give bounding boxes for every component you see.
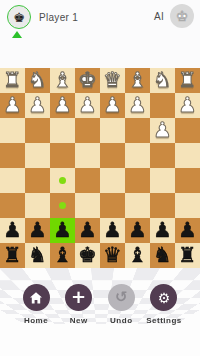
square-h3[interactable] [0,118,25,143]
square-f5[interactable] [50,168,75,193]
square-b1[interactable]: ♞ [150,68,175,93]
new-button[interactable]: + [65,284,92,311]
black-pawn-piece: ♟ [103,220,122,241]
player1-info: ♚ Player 1 [7,5,78,29]
square-b7[interactable]: ♟ [150,218,175,243]
nav-item-new: +New [58,284,100,325]
player2-info: AI ♚ [154,4,194,28]
white-bishop-piece: ♝ [53,70,72,91]
white-king-piece: ♚ [78,70,97,91]
square-f8[interactable]: ♝ [50,243,75,268]
square-h1[interactable]: ♜ [0,68,25,93]
square-f6[interactable] [50,193,75,218]
square-g4[interactable] [25,143,50,168]
white-queen-piece: ♛ [103,70,122,91]
black-pawn-piece: ♟ [28,220,47,241]
move-hint-dot-f6[interactable] [59,202,66,209]
square-e5[interactable] [75,168,100,193]
square-h8[interactable]: ♜ [0,243,25,268]
nav-item-settings: ⚙Settings [143,284,185,325]
square-c6[interactable] [125,193,150,218]
white-pawn-piece: ♟ [153,120,172,141]
white-pawn-piece: ♟ [53,95,72,116]
square-h4[interactable] [0,143,25,168]
black-pawn-piece: ♟ [78,220,97,241]
square-f1[interactable]: ♝ [50,68,75,93]
square-c8[interactable]: ♝ [125,243,150,268]
square-g7[interactable]: ♟ [25,218,50,243]
white-rook-piece: ♜ [178,70,197,91]
player2-avatar: ♚ [170,4,194,28]
gear-icon: ⚙ [158,291,171,305]
white-knight-piece: ♞ [28,70,47,91]
top-bar: ♚ Player 1 AI ♚ [0,0,200,66]
square-b8[interactable]: ♞ [150,243,175,268]
black-king-piece: ♚ [78,245,97,266]
square-d2[interactable]: ♟ [100,93,125,118]
square-d3[interactable] [100,118,125,143]
new-button-label: New [70,316,88,325]
undo-icon: ↺ [115,290,128,305]
black-pawn-piece: ♟ [128,220,147,241]
square-h6[interactable] [0,193,25,218]
square-d8[interactable]: ♛ [100,243,125,268]
square-h7[interactable]: ♟ [0,218,25,243]
black-pawn-piece: ♟ [178,220,197,241]
square-d7[interactable]: ♟ [100,218,125,243]
square-g6[interactable] [25,193,50,218]
home-icon [29,291,43,305]
square-c3[interactable] [125,118,150,143]
chess-board: ♜♞♝♚♛♝♞♜♟♟♟♟♟♟♟♟♟♟♟♟♟♟♟♟♜♞♝♚♛♝♞♜ [0,68,200,268]
square-b3[interactable]: ♟ [150,118,175,143]
home-button-label: Home [24,316,48,325]
square-g8[interactable]: ♞ [25,243,50,268]
square-a1[interactable]: ♜ [175,68,200,93]
square-b4[interactable] [150,143,175,168]
square-a7[interactable]: ♟ [175,218,200,243]
move-hint-dot-f5[interactable] [59,177,66,184]
black-pawn-piece: ♟ [3,220,22,241]
black-rook-piece: ♜ [178,245,197,266]
square-e1[interactable]: ♚ [75,68,100,93]
nav-item-home: Home [15,284,57,325]
white-bishop-piece: ♝ [128,70,147,91]
square-a6[interactable] [175,193,200,218]
white-pawn-piece: ♟ [3,95,22,116]
black-pawn-piece: ♟ [153,220,172,241]
undo-button[interactable]: ↺ [108,284,135,311]
settings-button-label: Settings [146,316,182,325]
nav-item-undo: ↺Undo [100,284,142,325]
undo-button-label: Undo [110,316,132,325]
square-e2[interactable]: ♟ [75,93,100,118]
white-pawn-piece: ♟ [103,95,122,116]
square-c2[interactable]: ♟ [125,93,150,118]
white-pawn-piece: ♟ [78,95,97,116]
square-f3[interactable] [50,118,75,143]
square-g5[interactable] [25,168,50,193]
square-e6[interactable] [75,193,100,218]
square-b6[interactable] [150,193,175,218]
square-c7[interactable]: ♟ [125,218,150,243]
square-c1[interactable]: ♝ [125,68,150,93]
white-pawn-piece: ♟ [178,95,197,116]
player1-name: Player 1 [39,12,78,23]
black-knight-piece: ♞ [153,245,172,266]
white-rook-piece: ♜ [3,70,22,91]
square-e3[interactable] [75,118,100,143]
bottom-bar: Home+New↺Undo⚙Settings [0,268,200,356]
square-e8[interactable]: ♚ [75,243,100,268]
square-e7[interactable]: ♟ [75,218,100,243]
black-bishop-piece: ♝ [128,245,147,266]
turn-indicator-triangle [12,31,22,38]
black-queen-piece: ♛ [103,245,122,266]
square-f7[interactable]: ♟ [50,218,75,243]
square-b5[interactable] [150,168,175,193]
black-knight-piece: ♞ [28,245,47,266]
chess-app: ♚ Player 1 AI ♚ ♜♞♝♚♛♝♞♜♟♟♟♟♟♟♟♟♟♟♟♟♟♟♟♟… [0,0,200,356]
square-c5[interactable] [125,168,150,193]
square-e4[interactable] [75,143,100,168]
square-g3[interactable] [25,118,50,143]
square-d4[interactable] [100,143,125,168]
square-f2[interactable]: ♟ [50,93,75,118]
square-h2[interactable]: ♟ [0,93,25,118]
square-d1[interactable]: ♛ [100,68,125,93]
white-pawn-piece: ♟ [28,95,47,116]
settings-button[interactable]: ⚙ [150,284,177,311]
square-h5[interactable] [0,168,25,193]
square-g1[interactable]: ♞ [25,68,50,93]
plus-icon: + [71,290,86,306]
square-g2[interactable]: ♟ [25,93,50,118]
black-bishop-piece: ♝ [53,245,72,266]
square-c4[interactable] [125,143,150,168]
white-king-avatar-icon: ♚ [176,9,189,23]
nav-bar: Home+New↺Undo⚙Settings [0,284,200,325]
square-a4[interactable] [175,143,200,168]
square-a8[interactable]: ♜ [175,243,200,268]
square-a3[interactable] [175,118,200,143]
player2-name: AI [154,11,164,22]
white-pawn-piece: ♟ [128,95,147,116]
home-button[interactable] [23,284,50,311]
square-b2[interactable] [150,93,175,118]
square-d5[interactable] [100,168,125,193]
black-rook-piece: ♜ [3,245,22,266]
square-a2[interactable]: ♟ [175,93,200,118]
black-pawn-piece: ♟ [53,220,72,241]
black-king-avatar-icon: ♚ [13,11,25,24]
square-a5[interactable] [175,168,200,193]
player1-avatar: ♚ [7,5,31,29]
white-knight-piece: ♞ [153,70,172,91]
square-d6[interactable] [100,193,125,218]
square-f4[interactable] [50,143,75,168]
